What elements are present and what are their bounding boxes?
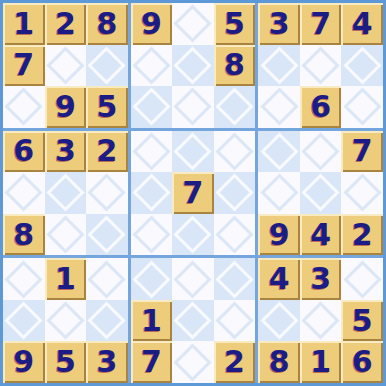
cell-r4c8-empty[interactable] (300, 131, 342, 173)
diamond-icon (132, 46, 170, 84)
cell-r6c9-given: 2 (341, 214, 383, 256)
block-r1c2: 958 (131, 3, 256, 128)
diamond-icon (302, 302, 340, 340)
cell-r8c9-given: 5 (341, 300, 383, 342)
cell-r7c5-empty[interactable] (172, 258, 214, 300)
block-r3c2: 172 (131, 258, 256, 383)
diamond-icon (132, 88, 170, 126)
sudoku-board: 128795 958 3746 6328 7 7942 1953 172 435… (0, 0, 386, 386)
diamond-icon (88, 46, 126, 84)
cell-r5c6-empty[interactable] (214, 172, 256, 214)
cell-r5c8-empty[interactable] (300, 172, 342, 214)
diamond-icon (88, 215, 126, 253)
cell-r6c2-empty[interactable] (45, 214, 87, 256)
cell-r1c6-given: 5 (214, 3, 256, 45)
diamond-icon (260, 302, 298, 340)
cell-r1c3-given: 8 (86, 3, 128, 45)
diamond-icon (215, 88, 253, 126)
diamond-icon (88, 174, 126, 212)
diamond-icon (343, 260, 381, 298)
cell-r3c4-empty[interactable] (131, 86, 173, 128)
diamond-icon (343, 88, 381, 126)
diamond-icon (215, 215, 253, 253)
cell-r9c7-given: 8 (258, 341, 300, 383)
cell-r7c7-given: 4 (258, 258, 300, 300)
cell-r2c6-given: 8 (214, 45, 256, 87)
cell-r3c7-empty[interactable] (258, 86, 300, 128)
diamond-icon (215, 260, 253, 298)
cell-r2c3-empty[interactable] (86, 45, 128, 87)
cell-r5c5-given: 7 (172, 172, 214, 214)
diamond-icon (5, 260, 43, 298)
cell-r8c6-empty[interactable] (214, 300, 256, 342)
cell-r3c9-empty[interactable] (341, 86, 383, 128)
cell-r6c4-empty[interactable] (131, 214, 173, 256)
cell-r8c1-empty[interactable] (3, 300, 45, 342)
cell-r9c2-given: 5 (45, 341, 87, 383)
cell-r3c5-empty[interactable] (172, 86, 214, 128)
cell-r3c6-empty[interactable] (214, 86, 256, 128)
diamond-icon (215, 174, 253, 212)
diamond-icon (46, 46, 84, 84)
cell-r9c3-given: 3 (86, 341, 128, 383)
cell-r2c7-empty[interactable] (258, 45, 300, 87)
cell-r7c2-given: 1 (45, 258, 87, 300)
cell-r1c1-given: 1 (3, 3, 45, 45)
cell-r6c6-empty[interactable] (214, 214, 256, 256)
cell-r2c5-empty[interactable] (172, 45, 214, 87)
diamond-icon (174, 260, 212, 298)
diamond-icon (5, 302, 43, 340)
diamond-icon (302, 46, 340, 84)
diamond-icon (260, 46, 298, 84)
cell-r4c3-given: 2 (86, 131, 128, 173)
cell-r3c2-given: 9 (45, 86, 87, 128)
diamond-icon (174, 343, 212, 381)
block-r3c3: 435816 (258, 258, 383, 383)
cell-r6c1-given: 8 (3, 214, 45, 256)
cell-r2c4-empty[interactable] (131, 45, 173, 87)
cell-r1c9-given: 4 (341, 3, 383, 45)
diamond-icon (88, 302, 126, 340)
cell-r4c7-empty[interactable] (258, 131, 300, 173)
cell-r8c8-empty[interactable] (300, 300, 342, 342)
cell-r8c2-empty[interactable] (45, 300, 87, 342)
cell-r2c8-empty[interactable] (300, 45, 342, 87)
cell-r4c2-given: 3 (45, 131, 87, 173)
cell-r6c5-empty[interactable] (172, 214, 214, 256)
cell-r9c8-given: 1 (300, 341, 342, 383)
diamond-icon (174, 88, 212, 126)
block-r2c2: 7 (131, 131, 256, 256)
cell-r1c8-given: 7 (300, 3, 342, 45)
diamond-icon (174, 46, 212, 84)
diamond-icon (343, 174, 381, 212)
diamond-icon (215, 132, 253, 170)
diamond-icon (174, 302, 212, 340)
diamond-icon (132, 174, 170, 212)
cell-r1c2-given: 2 (45, 3, 87, 45)
cell-r4c1-given: 6 (3, 131, 45, 173)
cell-r7c9-empty[interactable] (341, 258, 383, 300)
cell-r8c3-empty[interactable] (86, 300, 128, 342)
diamond-icon (260, 132, 298, 170)
diamond-icon (88, 260, 126, 298)
cell-r2c2-empty[interactable] (45, 45, 87, 87)
cell-r8c7-empty[interactable] (258, 300, 300, 342)
diamond-icon (174, 5, 212, 43)
cell-r8c5-empty[interactable] (172, 300, 214, 342)
cell-r2c9-empty[interactable] (341, 45, 383, 87)
cell-r5c4-empty[interactable] (131, 172, 173, 214)
cell-r3c8-given: 6 (300, 86, 342, 128)
diamond-icon (260, 88, 298, 126)
diamond-icon (46, 302, 84, 340)
diamond-icon (5, 88, 43, 126)
cell-r7c4-empty[interactable] (131, 258, 173, 300)
cell-r5c1-empty[interactable] (3, 172, 45, 214)
cell-r6c3-empty[interactable] (86, 214, 128, 256)
block-r1c3: 3746 (258, 3, 383, 128)
cell-r6c8-given: 4 (300, 214, 342, 256)
cell-r9c9-given: 6 (341, 341, 383, 383)
cell-r5c3-empty[interactable] (86, 172, 128, 214)
cell-r4c4-empty[interactable] (131, 131, 173, 173)
cell-r1c7-given: 3 (258, 3, 300, 45)
diamond-icon (46, 215, 84, 253)
diamond-icon (132, 215, 170, 253)
diamond-icon (5, 174, 43, 212)
cell-r5c2-empty[interactable] (45, 172, 87, 214)
diamond-icon (260, 174, 298, 212)
diamond-icon (174, 132, 212, 170)
diamond-icon (46, 174, 84, 212)
cell-r6c7-given: 9 (258, 214, 300, 256)
block-r1c1: 128795 (3, 3, 128, 128)
diamond-icon (174, 215, 212, 253)
cell-r5c7-empty[interactable] (258, 172, 300, 214)
cell-r9c4-given: 7 (131, 341, 173, 383)
block-r2c1: 6328 (3, 131, 128, 256)
cell-r7c1-empty[interactable] (3, 258, 45, 300)
cell-r9c1-given: 9 (3, 341, 45, 383)
cell-r7c6-empty[interactable] (214, 258, 256, 300)
cell-r8c4-given: 1 (131, 300, 173, 342)
cell-r7c3-empty[interactable] (86, 258, 128, 300)
block-r3c1: 1953 (3, 258, 128, 383)
cell-r2c1-given: 7 (3, 45, 45, 87)
cell-r3c3-given: 5 (86, 86, 128, 128)
diamond-icon (132, 132, 170, 170)
cell-r1c5-empty[interactable] (172, 3, 214, 45)
cell-r9c6-given: 2 (214, 341, 256, 383)
cell-r9c5-empty[interactable] (172, 341, 214, 383)
diamond-icon (302, 132, 340, 170)
cell-r1c4-given: 9 (131, 3, 173, 45)
cell-r4c6-empty[interactable] (214, 131, 256, 173)
block-r2c3: 7942 (258, 131, 383, 256)
cell-r4c5-empty[interactable] (172, 131, 214, 173)
cell-r5c9-empty[interactable] (341, 172, 383, 214)
cell-r3c1-empty[interactable] (3, 86, 45, 128)
diamond-icon (343, 46, 381, 84)
diamond-icon (302, 174, 340, 212)
diamond-icon (215, 302, 253, 340)
cell-r4c9-given: 7 (341, 131, 383, 173)
cell-r7c8-given: 3 (300, 258, 342, 300)
diamond-icon (132, 260, 170, 298)
